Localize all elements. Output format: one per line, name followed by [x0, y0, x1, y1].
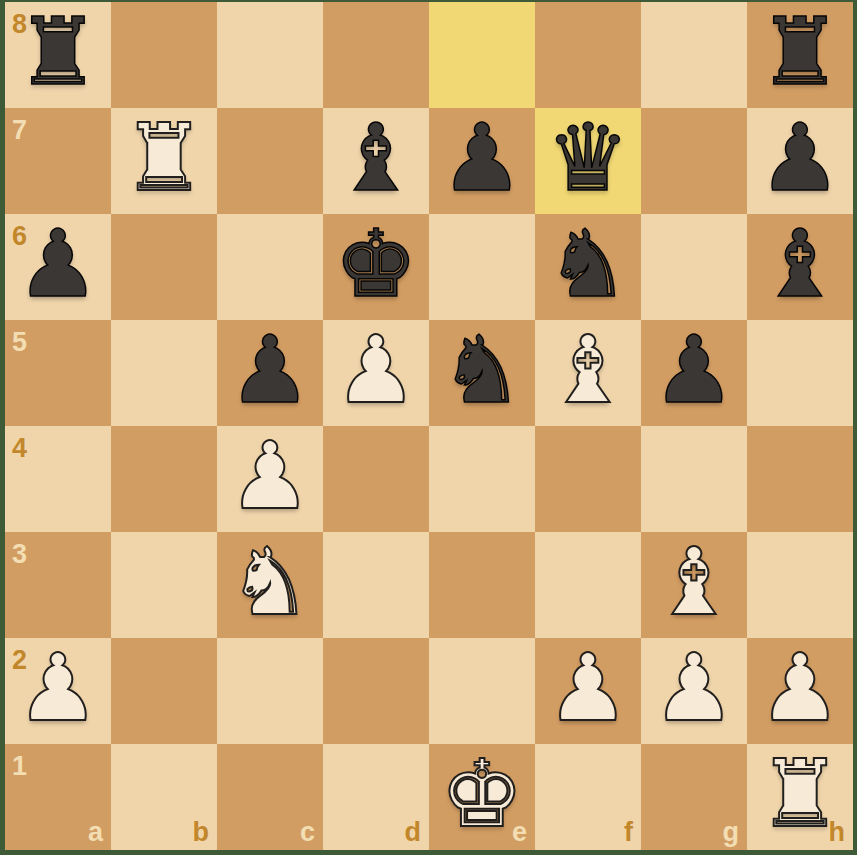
square-d7[interactable]: ♝ [323, 108, 429, 214]
square-g3[interactable]: ♝ [641, 532, 747, 638]
square-c1[interactable]: c [217, 744, 323, 850]
square-d2[interactable] [323, 638, 429, 744]
square-g7[interactable] [641, 108, 747, 214]
file-label-g: g [723, 819, 740, 846]
square-f4[interactable] [535, 426, 641, 532]
square-e7[interactable]: ♟ [429, 108, 535, 214]
white-pawn[interactable]: ♟ [758, 642, 841, 735]
square-a4[interactable]: 4 [5, 426, 111, 532]
square-e3[interactable] [429, 532, 535, 638]
square-e6[interactable] [429, 214, 535, 320]
square-d4[interactable] [323, 426, 429, 532]
square-f1[interactable]: f [535, 744, 641, 850]
square-a6[interactable]: ♟6 [5, 214, 111, 320]
white-pawn[interactable]: ♟ [228, 430, 311, 523]
square-g6[interactable] [641, 214, 747, 320]
chess-board: ♜8♜7♜♝♟♛♟♟6♚♞♝5♟♟♞♝♟4♟3♞♝♟2♟♟♟1abcd♚efg♜… [5, 2, 853, 850]
black-bishop[interactable]: ♝ [334, 112, 417, 205]
square-f7[interactable]: ♛ [535, 108, 641, 214]
square-h8[interactable]: ♜ [747, 2, 853, 108]
black-pawn[interactable]: ♟ [440, 112, 523, 205]
square-g5[interactable]: ♟ [641, 320, 747, 426]
file-label-c: c [300, 819, 315, 846]
square-b7[interactable]: ♜ [111, 108, 217, 214]
rank-label-3: 3 [12, 541, 27, 568]
square-g8[interactable] [641, 2, 747, 108]
square-f8[interactable] [535, 2, 641, 108]
square-f2[interactable]: ♟ [535, 638, 641, 744]
square-g1[interactable]: g [641, 744, 747, 850]
black-knight[interactable]: ♞ [546, 218, 629, 311]
square-h3[interactable] [747, 532, 853, 638]
square-b4[interactable] [111, 426, 217, 532]
square-h1[interactable]: ♜h [747, 744, 853, 850]
white-rook[interactable]: ♜ [122, 112, 205, 205]
square-b6[interactable] [111, 214, 217, 320]
square-f6[interactable]: ♞ [535, 214, 641, 320]
black-rook[interactable]: ♜ [16, 6, 99, 99]
square-c5[interactable]: ♟ [217, 320, 323, 426]
black-pawn[interactable]: ♟ [228, 324, 311, 417]
white-pawn[interactable]: ♟ [16, 642, 99, 735]
file-label-d: d [405, 819, 422, 846]
square-h4[interactable] [747, 426, 853, 532]
square-h7[interactable]: ♟ [747, 108, 853, 214]
chess-app: ♜8♜7♜♝♟♛♟♟6♚♞♝5♟♟♞♝♟4♟3♞♝♟2♟♟♟1abcd♚efg♜… [0, 0, 857, 855]
square-d5[interactable]: ♟ [323, 320, 429, 426]
rank-label-4: 4 [12, 435, 27, 462]
square-a3[interactable]: 3 [5, 532, 111, 638]
black-pawn[interactable]: ♟ [758, 112, 841, 205]
square-e8[interactable] [429, 2, 535, 108]
black-bishop[interactable]: ♝ [758, 218, 841, 311]
square-g2[interactable]: ♟ [641, 638, 747, 744]
file-label-b: b [193, 819, 210, 846]
white-bishop[interactable]: ♝ [652, 536, 735, 629]
white-pawn[interactable]: ♟ [334, 324, 417, 417]
black-pawn[interactable]: ♟ [652, 324, 735, 417]
square-g4[interactable] [641, 426, 747, 532]
file-label-f: f [624, 819, 633, 846]
rank-label-1: 1 [12, 753, 27, 780]
black-knight[interactable]: ♞ [440, 324, 523, 417]
black-rook[interactable]: ♜ [758, 6, 841, 99]
square-c3[interactable]: ♞ [217, 532, 323, 638]
square-e2[interactable] [429, 638, 535, 744]
square-b5[interactable] [111, 320, 217, 426]
square-c2[interactable] [217, 638, 323, 744]
square-e4[interactable] [429, 426, 535, 532]
square-a8[interactable]: ♜8 [5, 2, 111, 108]
square-h5[interactable] [747, 320, 853, 426]
square-d6[interactable]: ♚ [323, 214, 429, 320]
rank-label-7: 7 [12, 117, 27, 144]
square-h2[interactable]: ♟ [747, 638, 853, 744]
square-a2[interactable]: ♟2 [5, 638, 111, 744]
white-rook[interactable]: ♜ [758, 748, 841, 841]
square-f5[interactable]: ♝ [535, 320, 641, 426]
file-label-a: a [88, 819, 103, 846]
square-a7[interactable]: 7 [5, 108, 111, 214]
white-pawn[interactable]: ♟ [652, 642, 735, 735]
square-a1[interactable]: 1a [5, 744, 111, 850]
square-b2[interactable] [111, 638, 217, 744]
square-c8[interactable] [217, 2, 323, 108]
square-e1[interactable]: ♚e [429, 744, 535, 850]
black-queen[interactable]: ♛ [546, 112, 629, 205]
square-b1[interactable]: b [111, 744, 217, 850]
black-king[interactable]: ♚ [334, 218, 417, 311]
square-d3[interactable] [323, 532, 429, 638]
rank-label-5: 5 [12, 329, 27, 356]
white-king[interactable]: ♚ [440, 748, 523, 841]
square-c4[interactable]: ♟ [217, 426, 323, 532]
white-bishop[interactable]: ♝ [546, 324, 629, 417]
black-pawn[interactable]: ♟ [16, 218, 99, 311]
square-d1[interactable]: d [323, 744, 429, 850]
square-c6[interactable] [217, 214, 323, 320]
square-h6[interactable]: ♝ [747, 214, 853, 320]
square-a5[interactable]: 5 [5, 320, 111, 426]
square-b8[interactable] [111, 2, 217, 108]
square-d8[interactable] [323, 2, 429, 108]
white-pawn[interactable]: ♟ [546, 642, 629, 735]
square-f3[interactable] [535, 532, 641, 638]
square-c7[interactable] [217, 108, 323, 214]
white-knight[interactable]: ♞ [228, 536, 311, 629]
square-e5[interactable]: ♞ [429, 320, 535, 426]
square-b3[interactable] [111, 532, 217, 638]
